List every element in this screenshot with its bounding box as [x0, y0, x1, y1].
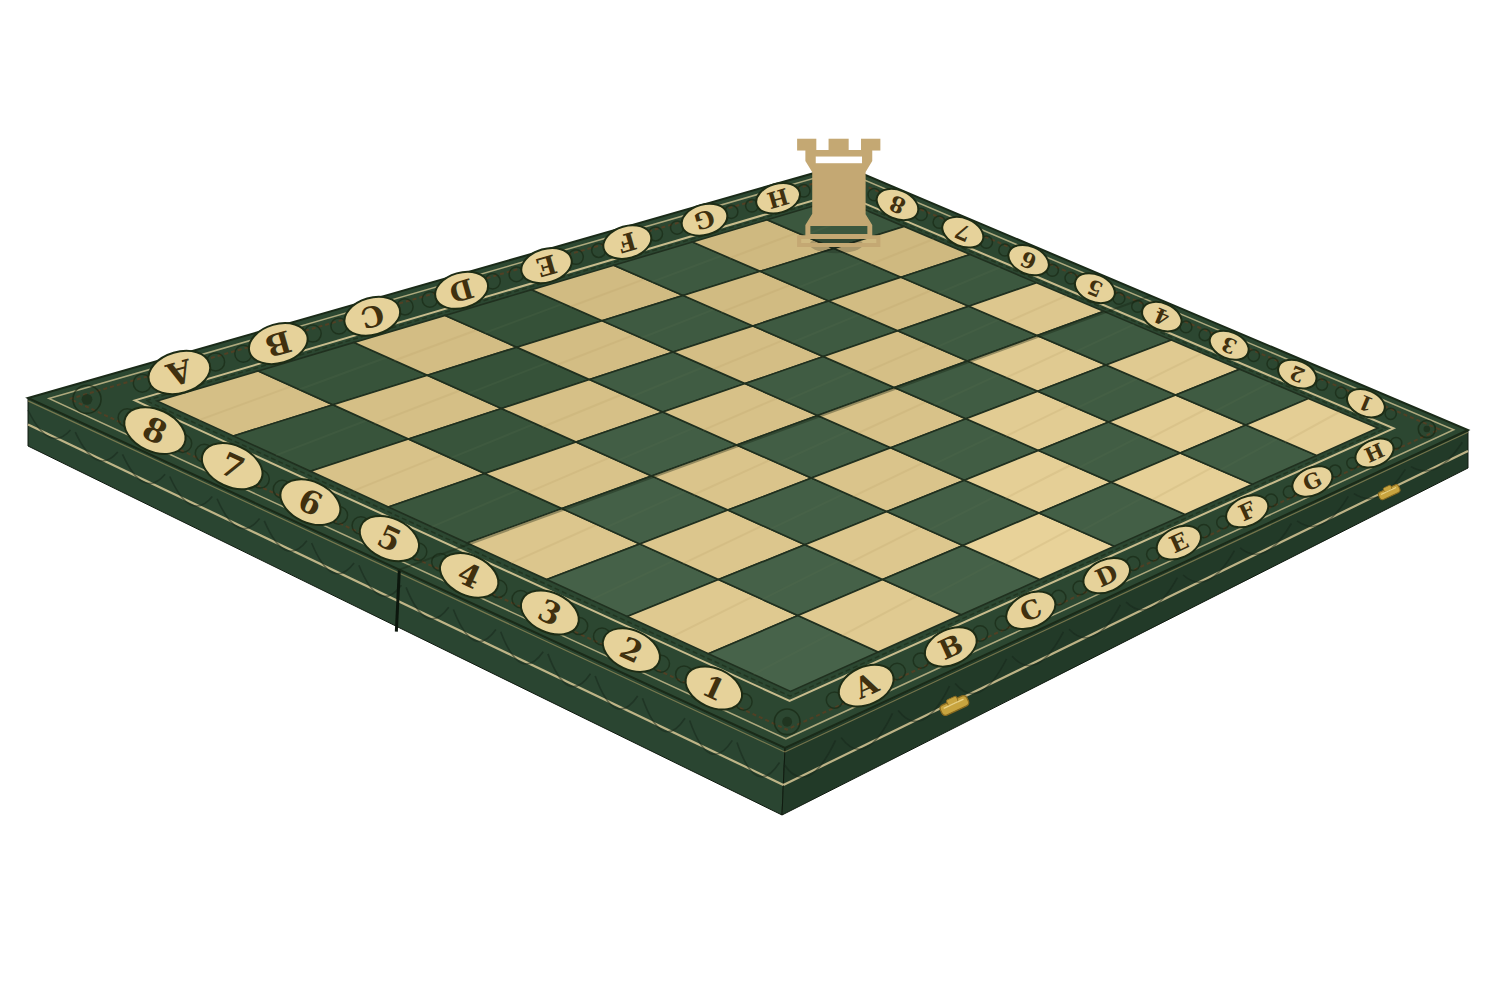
product-photo-stage: AA11BB22CC33DD44EE55FF66GG77HH88 ♜ — [0, 0, 1500, 1000]
border-corner-dot — [82, 394, 93, 405]
chess-pieces: ♜ — [772, 109, 905, 282]
chess-set-scene: AA11BB22CC33DD44EE55FF66GG77HH88 ♜ — [0, 0, 1500, 1000]
border-corner-dot — [782, 717, 792, 727]
piece-natural-rook-h8[interactable]: ♜ — [772, 109, 905, 282]
board-squares — [157, 199, 1378, 692]
piece-glyph-shade: ♜ — [772, 109, 905, 282]
border-corner-dot — [1424, 426, 1431, 433]
